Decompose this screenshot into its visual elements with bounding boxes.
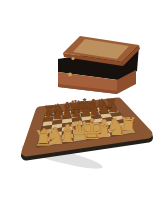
clasp-icon xyxy=(71,57,74,60)
piece-white-rook: ♜ xyxy=(119,113,138,138)
clasp-icon xyxy=(68,73,72,77)
chess-board: ♜♞♝♛♚♝♞♜♟♟♟♟♟♟♟♟♟♟♟♟♟♟♟♟♜♞♝♛♚♝♞♜ xyxy=(26,95,148,156)
chess-set-photo: ♜♞♝♛♚♝♞♜♟♟♟♟♟♟♟♟♟♟♟♟♟♟♟♟♜♞♝♛♚♝♞♜ xyxy=(0,0,164,200)
storage-box xyxy=(58,36,140,94)
product-image[interactable]: ♜♞♝♛♚♝♞♜♟♟♟♟♟♟♟♟♟♟♟♟♟♟♟♟♜♞♝♛♚♝♞♜ xyxy=(0,0,164,200)
